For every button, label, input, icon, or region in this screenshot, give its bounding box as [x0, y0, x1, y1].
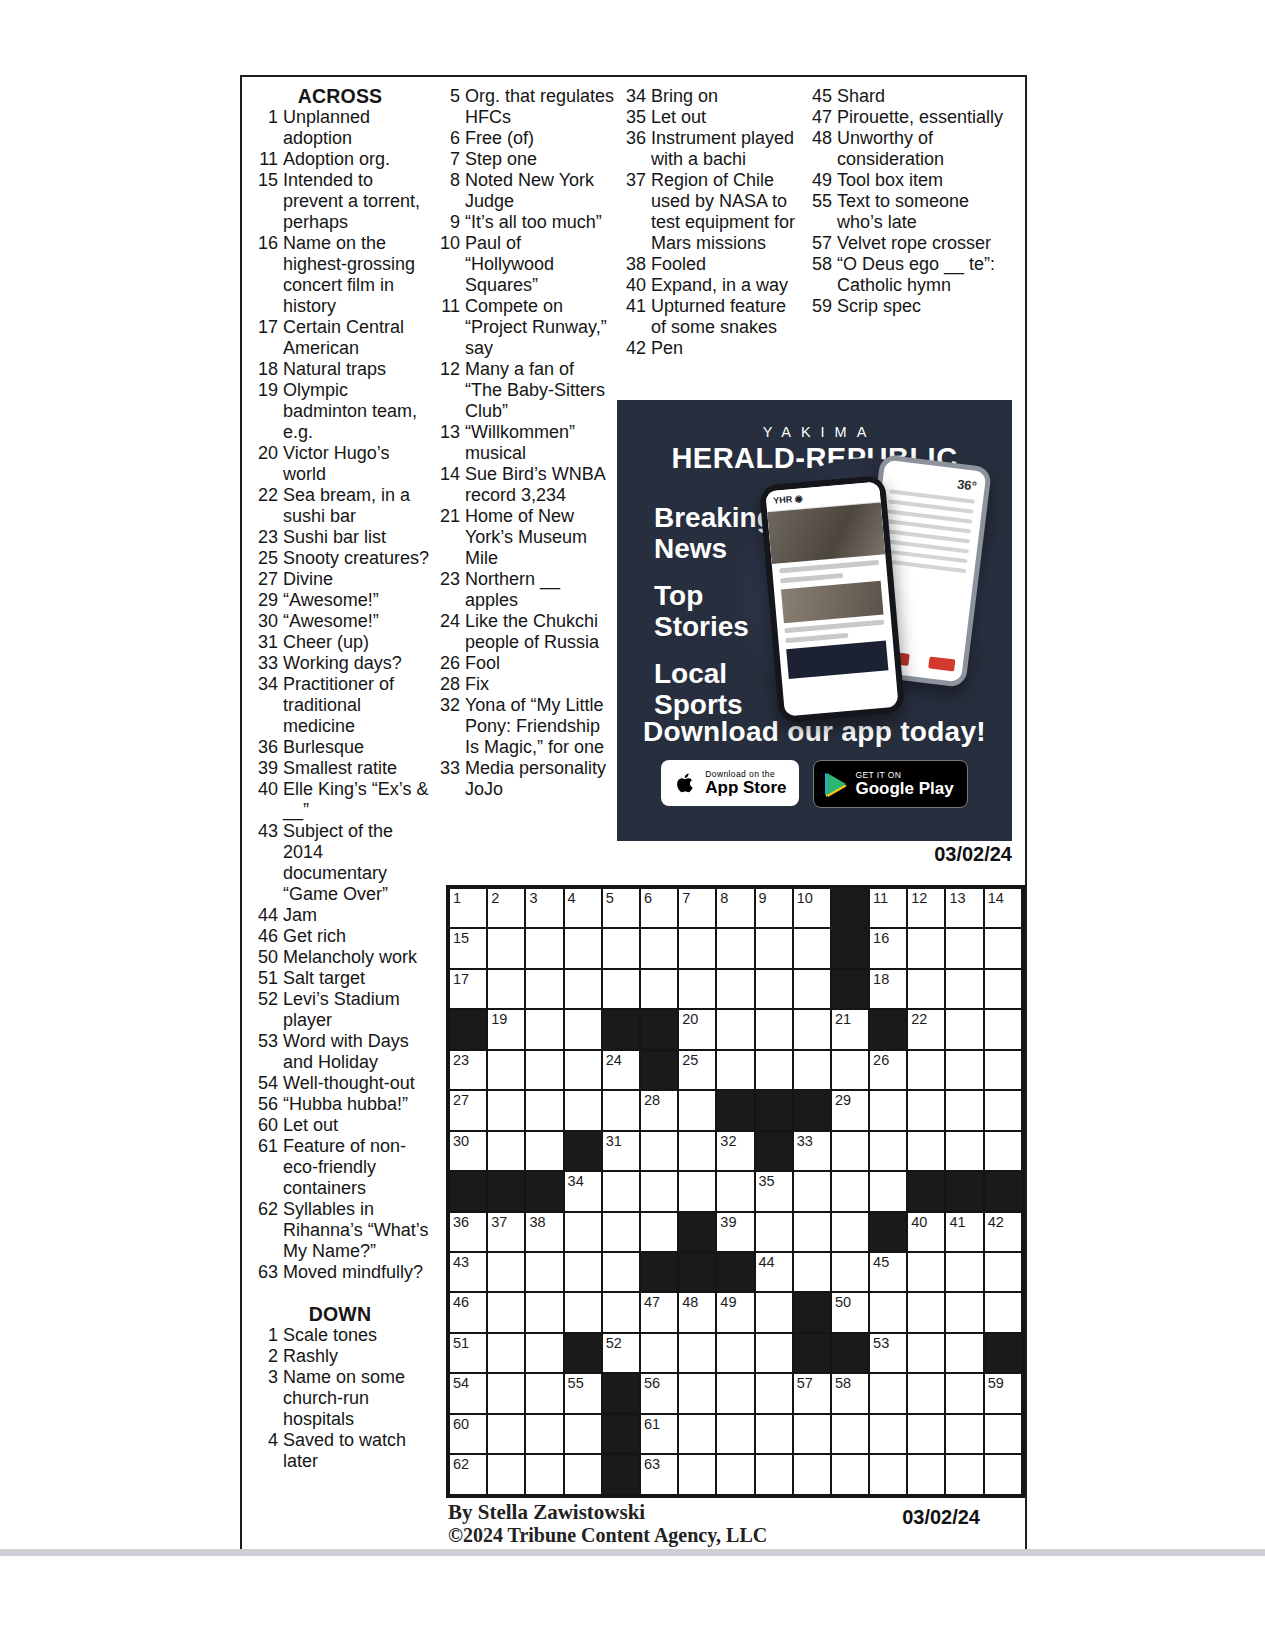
app-store-badge-label: App Store: [705, 779, 786, 797]
cell-r7c6[interactable]: [640, 1131, 678, 1171]
cell-r6c5[interactable]: [602, 1090, 640, 1130]
cell-r9c10[interactable]: [793, 1212, 831, 1252]
cell-r10c4[interactable]: [564, 1252, 602, 1292]
clue-column-1: ACROSS1Unplanned adoption11Adoption org.…: [249, 86, 431, 1472]
cell-r12c11-block: [831, 1333, 869, 1373]
cell-r12c14[interactable]: [945, 1333, 983, 1373]
clue-5: 5Org. that regulates HFCs: [431, 86, 615, 128]
cell-r8c12[interactable]: [869, 1171, 907, 1211]
cell-r7c13[interactable]: [907, 1131, 945, 1171]
clue-column-2: 5Org. that regulates HFCs6Free (of)7Step…: [431, 86, 615, 800]
cell-r10c1[interactable]: 43: [449, 1252, 487, 1292]
cell-r1c15[interactable]: 14: [984, 888, 1022, 928]
cell-r4c15[interactable]: [984, 1009, 1022, 1049]
cell-r8c14-block: [945, 1171, 983, 1211]
cell-r13c12[interactable]: [869, 1373, 907, 1413]
clue-29: 29“Awesome!”: [249, 590, 431, 611]
cell-r15c12[interactable]: [869, 1454, 907, 1494]
clue-36: 36Burlesque: [249, 737, 431, 758]
cell-r15c6[interactable]: 63: [640, 1454, 678, 1494]
cell-number-49: 49: [720, 1294, 736, 1310]
app-store-badge[interactable]: Download on the App Store: [661, 760, 799, 806]
cell-r3c7[interactable]: [678, 969, 716, 1009]
cell-number-18: 18: [873, 971, 889, 987]
cell-r2c14[interactable]: [945, 928, 983, 968]
cell-r3c10[interactable]: [793, 969, 831, 1009]
cell-r5c7[interactable]: 25: [678, 1050, 716, 1090]
cell-r8c4[interactable]: 34: [564, 1171, 602, 1211]
clue-42: 42Pen: [617, 338, 803, 359]
cell-r10c9[interactable]: 44: [755, 1252, 793, 1292]
cell-r6c6[interactable]: 28: [640, 1090, 678, 1130]
cell-r3c1[interactable]: 17: [449, 969, 487, 1009]
cell-r11c1[interactable]: 46: [449, 1292, 487, 1332]
cell-r1c5[interactable]: 5: [602, 888, 640, 928]
cell-number-59: 59: [988, 1375, 1004, 1391]
clue-24: 24Like the Chukchi people of Russia: [431, 611, 615, 653]
cell-number-17: 17: [453, 971, 469, 987]
cell-r11c7[interactable]: 48: [678, 1292, 716, 1332]
clue-4: 4Saved to watch later: [249, 1430, 431, 1472]
cell-r6c7[interactable]: [678, 1090, 716, 1130]
byline: By Stella Zawistowski: [448, 1500, 645, 1525]
clue-8: 8Noted New York Judge: [431, 170, 615, 212]
cell-r4c11[interactable]: 21: [831, 1009, 869, 1049]
cell-r3c15[interactable]: [984, 969, 1022, 1009]
clue-36: 36Instrument played with a bachi: [617, 128, 803, 170]
clue-41: 41Upturned feature of some snakes: [617, 296, 803, 338]
cell-number-39: 39: [720, 1214, 736, 1230]
cell-r2c15[interactable]: [984, 928, 1022, 968]
cell-r2c10[interactable]: [793, 928, 831, 968]
clue-47: 47Pirouette, essentially: [803, 107, 1009, 128]
cell-r10c3[interactable]: [525, 1252, 563, 1292]
cell-r7c5[interactable]: 31: [602, 1131, 640, 1171]
cell-r5c9[interactable]: [755, 1050, 793, 1090]
cell-r8c6[interactable]: [640, 1171, 678, 1211]
cell-r8c5[interactable]: [602, 1171, 640, 1211]
cell-r8c10[interactable]: [793, 1171, 831, 1211]
clue-59: 59Scrip spec: [803, 296, 1009, 317]
cell-r6c15[interactable]: [984, 1090, 1022, 1130]
cell-r8c9[interactable]: 35: [755, 1171, 793, 1211]
cell-number-11: 11: [873, 890, 888, 906]
cell-r14c15[interactable]: [984, 1414, 1022, 1454]
cell-number-56: 56: [644, 1375, 660, 1391]
cell-r14c5-block: [602, 1414, 640, 1454]
clue-1: 1Scale tones: [249, 1325, 431, 1346]
cell-r1c6[interactable]: 6: [640, 888, 678, 928]
cell-r7c8[interactable]: 32: [716, 1131, 754, 1171]
puzzle-date: 03/02/24: [620, 843, 1012, 866]
cell-r10c5[interactable]: [602, 1252, 640, 1292]
cell-r11c15[interactable]: [984, 1292, 1022, 1332]
cell-r1c12[interactable]: 11: [869, 888, 907, 928]
cell-r9c5[interactable]: [602, 1212, 640, 1252]
cell-r9c3[interactable]: 38: [525, 1212, 563, 1252]
clue-21: 21Home of New York’s Museum Mile: [431, 506, 615, 569]
cell-r1c4[interactable]: 4: [564, 888, 602, 928]
cell-r7c9-block: [755, 1131, 793, 1171]
cell-r14c3[interactable]: [525, 1414, 563, 1454]
clue-16: 16Name on the highest-grossing concert f…: [249, 233, 431, 317]
clue-33: 33Media personality JoJo: [431, 758, 615, 800]
cell-r9c6[interactable]: [640, 1212, 678, 1252]
cell-r15c7[interactable]: [678, 1454, 716, 1494]
cell-r12c2[interactable]: [487, 1333, 525, 1373]
cell-r13c8[interactable]: [716, 1373, 754, 1413]
cell-r15c8[interactable]: [716, 1454, 754, 1494]
cell-r10c13[interactable]: [907, 1252, 945, 1292]
cell-r4c13[interactable]: 22: [907, 1009, 945, 1049]
cell-r11c11[interactable]: 50: [831, 1292, 869, 1332]
cell-r15c9[interactable]: [755, 1454, 793, 1494]
clue-6: 6Free (of): [431, 128, 615, 149]
cell-r6c8-block: [716, 1090, 754, 1130]
cell-r8c8[interactable]: [716, 1171, 754, 1211]
apple-icon: [674, 770, 696, 796]
cell-r5c12[interactable]: 26: [869, 1050, 907, 1090]
cell-r3c11-block: [831, 969, 869, 1009]
cell-r11c5[interactable]: [602, 1292, 640, 1332]
cell-r1c8[interactable]: 8: [716, 888, 754, 928]
cell-r7c10[interactable]: 33: [793, 1131, 831, 1171]
cell-r6c13[interactable]: [907, 1090, 945, 1130]
cell-r4c8[interactable]: [716, 1009, 754, 1049]
cell-r14c9[interactable]: [755, 1414, 793, 1454]
cell-r12c13[interactable]: [907, 1333, 945, 1373]
cell-r7c4-block: [564, 1131, 602, 1171]
cell-r15c13[interactable]: [907, 1454, 945, 1494]
cell-r11c2[interactable]: [487, 1292, 525, 1332]
cell-r9c1[interactable]: 36: [449, 1212, 487, 1252]
cell-r13c14[interactable]: [945, 1373, 983, 1413]
cell-r2c13[interactable]: [907, 928, 945, 968]
cell-r5c11[interactable]: [831, 1050, 869, 1090]
cell-r6c10-block: [793, 1090, 831, 1130]
clue-25: 25Snooty creatures?: [249, 548, 431, 569]
cell-r9c11[interactable]: [831, 1212, 869, 1252]
cell-r9c4[interactable]: [564, 1212, 602, 1252]
clue-22: 22Sea bream, in a sushi bar: [249, 485, 431, 527]
page-bottom-divider: [0, 1549, 1265, 1556]
clue-40: 40Expand, in a way: [617, 275, 803, 296]
cell-r11c9[interactable]: [755, 1292, 793, 1332]
clue-37: 37Region of Chile used by NASA to test e…: [617, 170, 803, 254]
cell-r1c3[interactable]: 3: [525, 888, 563, 928]
ad-kicker: YAKIMA: [617, 424, 1012, 440]
phone-news-dark-card: [786, 640, 888, 679]
cell-r4c1-block: [449, 1009, 487, 1049]
phone-news-photo: [767, 502, 885, 564]
cell-r12c4-block: [564, 1333, 602, 1373]
cell-r13c1[interactable]: 54: [449, 1373, 487, 1413]
cell-number-27: 27: [453, 1092, 469, 1108]
cell-r15c14[interactable]: [945, 1454, 983, 1494]
cell-r4c3[interactable]: [525, 1009, 563, 1049]
newspaper-app-ad: YAKIMA HERALD-REPUBLIC 36° YHR ◉ Breakin…: [617, 400, 1012, 841]
cell-r5c8[interactable]: [716, 1050, 754, 1090]
cell-r12c8[interactable]: [716, 1333, 754, 1373]
cell-r15c10[interactable]: [793, 1454, 831, 1494]
clue-14: 14Sue Bird’s WNBA record 3,234: [431, 464, 615, 506]
cell-r10c14[interactable]: [945, 1252, 983, 1292]
cell-r2c4[interactable]: [564, 928, 602, 968]
cell-r12c9[interactable]: [755, 1333, 793, 1373]
cell-r4c2[interactable]: 19: [487, 1009, 525, 1049]
cell-r4c5-block: [602, 1009, 640, 1049]
cell-r2c2[interactable]: [487, 928, 525, 968]
cell-r11c6[interactable]: 47: [640, 1292, 678, 1332]
clue-49: 49Tool box item: [803, 170, 1009, 191]
cell-r13c13[interactable]: [907, 1373, 945, 1413]
cell-r9c15[interactable]: 42: [984, 1212, 1022, 1252]
cell-number-44: 44: [759, 1254, 775, 1270]
clue-60: 60Let out: [249, 1115, 431, 1136]
cell-number-12: 12: [911, 890, 927, 906]
cell-r5c4[interactable]: [564, 1050, 602, 1090]
cell-r2c1[interactable]: 15: [449, 928, 487, 968]
cell-r10c12[interactable]: 45: [869, 1252, 907, 1292]
clue-39: 39Smallest ratite: [249, 758, 431, 779]
cell-r13c10[interactable]: 57: [793, 1373, 831, 1413]
cell-r2c7[interactable]: [678, 928, 716, 968]
cell-r14c2[interactable]: [487, 1414, 525, 1454]
crossword-grid: 1234567891011121314151617181920212223242…: [446, 885, 1025, 1498]
cell-number-6: 6: [644, 890, 652, 906]
cell-r5c1[interactable]: 23: [449, 1050, 487, 1090]
puzzle-date-bottom: 03/02/24: [620, 1506, 980, 1529]
cell-r15c1[interactable]: 62: [449, 1454, 487, 1494]
cell-r12c1[interactable]: 51: [449, 1333, 487, 1373]
clue-35: 35Let out: [617, 107, 803, 128]
clue-11: 11Adoption org.: [249, 149, 431, 170]
cell-r6c12[interactable]: [869, 1090, 907, 1130]
cell-number-34: 34: [568, 1173, 584, 1189]
cell-r12c6[interactable]: [640, 1333, 678, 1373]
phone-news-photo-2: [781, 581, 884, 624]
cell-r2c12[interactable]: 16: [869, 928, 907, 968]
cell-r5c5[interactable]: 24: [602, 1050, 640, 1090]
cell-r13c7[interactable]: [678, 1373, 716, 1413]
cell-r1c2[interactable]: 2: [487, 888, 525, 928]
cell-r4c4[interactable]: [564, 1009, 602, 1049]
cell-r9c12-block: [869, 1212, 907, 1252]
cell-r1c14[interactable]: 13: [945, 888, 983, 928]
cell-r4c10[interactable]: [793, 1009, 831, 1049]
cell-r14c11[interactable]: [831, 1414, 869, 1454]
cell-r1c9[interactable]: 9: [755, 888, 793, 928]
ad-feature-list: Breaking News Top Stories Local Sports: [654, 502, 774, 736]
cell-r7c14[interactable]: [945, 1131, 983, 1171]
cell-r7c2[interactable]: [487, 1131, 525, 1171]
ad-cta-text: Download our app today!: [617, 716, 1012, 748]
cell-r11c13[interactable]: [907, 1292, 945, 1332]
cell-r7c7[interactable]: [678, 1131, 716, 1171]
cell-r15c15[interactable]: [984, 1454, 1022, 1494]
cell-r10c15[interactable]: [984, 1252, 1022, 1292]
cell-r6c3[interactable]: [525, 1090, 563, 1130]
cell-r13c15[interactable]: 59: [984, 1373, 1022, 1413]
cell-r6c11[interactable]: 29: [831, 1090, 869, 1130]
phone-mockup-news: YHR ◉: [759, 475, 905, 723]
cell-r11c3[interactable]: [525, 1292, 563, 1332]
cell-number-58: 58: [835, 1375, 851, 1391]
cell-r14c4[interactable]: [564, 1414, 602, 1454]
clue-3: 3Name on some church-run hospitals: [249, 1367, 431, 1430]
cell-r3c6[interactable]: [640, 969, 678, 1009]
cell-r3c9[interactable]: [755, 969, 793, 1009]
cell-r13c11[interactable]: 58: [831, 1373, 869, 1413]
cell-r3c5[interactable]: [602, 969, 640, 1009]
cell-r3c12[interactable]: 18: [869, 969, 907, 1009]
cell-r14c6[interactable]: 61: [640, 1414, 678, 1454]
cell-number-16: 16: [873, 930, 889, 946]
cell-r14c14[interactable]: [945, 1414, 983, 1454]
phone-red-button-2: [928, 656, 955, 671]
cell-number-45: 45: [873, 1254, 889, 1270]
clue-column-3: 34Bring on35Let out36Instrument played w…: [617, 86, 803, 359]
cell-number-3: 3: [529, 890, 537, 906]
cell-r10c11[interactable]: [831, 1252, 869, 1292]
cell-r5c2[interactable]: [487, 1050, 525, 1090]
cell-number-36: 36: [453, 1214, 469, 1230]
cell-r1c7[interactable]: 7: [678, 888, 716, 928]
cell-r2c6[interactable]: [640, 928, 678, 968]
cell-r4c7[interactable]: 20: [678, 1009, 716, 1049]
cell-r10c10[interactable]: [793, 1252, 831, 1292]
cell-number-54: 54: [453, 1375, 469, 1391]
cell-r6c14[interactable]: [945, 1090, 983, 1130]
cell-r13c9[interactable]: [755, 1373, 793, 1413]
cell-r9c9[interactable]: [755, 1212, 793, 1252]
cell-number-47: 47: [644, 1294, 660, 1310]
cell-number-1: 1: [453, 890, 461, 906]
cell-r4c9[interactable]: [755, 1009, 793, 1049]
cell-r4c14[interactable]: [945, 1009, 983, 1049]
cell-r15c4[interactable]: [564, 1454, 602, 1494]
cell-r1c11-block: [831, 888, 869, 928]
cell-r11c12[interactable]: [869, 1292, 907, 1332]
cell-r1c10[interactable]: 10: [793, 888, 831, 928]
cell-number-22: 22: [911, 1011, 927, 1027]
cell-r7c11[interactable]: [831, 1131, 869, 1171]
cell-r3c13[interactable]: [907, 969, 945, 1009]
cell-number-33: 33: [797, 1133, 813, 1149]
cell-r14c13[interactable]: [907, 1414, 945, 1454]
cell-number-30: 30: [453, 1133, 469, 1149]
cell-r3c14[interactable]: [945, 969, 983, 1009]
cell-r5c14[interactable]: [945, 1050, 983, 1090]
clue-56: 56“Hubba hubba!”: [249, 1094, 431, 1115]
cell-r6c1[interactable]: 27: [449, 1090, 487, 1130]
cell-r9c13[interactable]: 40: [907, 1212, 945, 1252]
clue-10: 10Paul of “Hollywood Squares”: [431, 233, 615, 296]
cell-r14c8[interactable]: [716, 1414, 754, 1454]
cell-r9c2[interactable]: 37: [487, 1212, 525, 1252]
cell-r14c7[interactable]: [678, 1414, 716, 1454]
cell-r11c8[interactable]: 49: [716, 1292, 754, 1332]
cell-r13c3[interactable]: [525, 1373, 563, 1413]
cell-r14c10[interactable]: [793, 1414, 831, 1454]
cell-r8c11[interactable]: [831, 1171, 869, 1211]
cell-r9c8[interactable]: 39: [716, 1212, 754, 1252]
cell-r2c8[interactable]: [716, 928, 754, 968]
cell-r12c7[interactable]: [678, 1333, 716, 1373]
across-header: ACROSS: [249, 86, 431, 107]
cell-r3c8[interactable]: [716, 969, 754, 1009]
cell-r7c1[interactable]: 30: [449, 1131, 487, 1171]
cell-r14c12[interactable]: [869, 1414, 907, 1454]
cell-r3c3[interactable]: [525, 969, 563, 1009]
google-play-badge[interactable]: GET IT ON Google Play: [813, 760, 967, 808]
cell-r15c3[interactable]: [525, 1454, 563, 1494]
cell-r6c4[interactable]: [564, 1090, 602, 1130]
cell-r9c14[interactable]: 41: [945, 1212, 983, 1252]
cell-r2c5[interactable]: [602, 928, 640, 968]
clue-2: 2Rashly: [249, 1346, 431, 1367]
cell-r11c4[interactable]: [564, 1292, 602, 1332]
clue-20: 20Victor Hugo’s world: [249, 443, 431, 485]
cell-number-57: 57: [797, 1375, 813, 1391]
cell-number-21: 21: [835, 1011, 851, 1027]
cell-r15c2[interactable]: [487, 1454, 525, 1494]
cell-r13c4[interactable]: 55: [564, 1373, 602, 1413]
cell-r10c2[interactable]: [487, 1252, 525, 1292]
cell-r5c13[interactable]: [907, 1050, 945, 1090]
cell-r3c2[interactable]: [487, 969, 525, 1009]
cell-r7c15[interactable]: [984, 1131, 1022, 1171]
clue-44: 44Jam: [249, 905, 431, 926]
cell-number-29: 29: [835, 1092, 851, 1108]
cell-r1c13[interactable]: 12: [907, 888, 945, 928]
cell-r5c15[interactable]: [984, 1050, 1022, 1090]
cell-number-15: 15: [453, 930, 469, 946]
cell-number-20: 20: [682, 1011, 698, 1027]
cell-number-38: 38: [529, 1214, 545, 1230]
cell-number-37: 37: [491, 1214, 507, 1230]
clue-18: 18Natural traps: [249, 359, 431, 380]
cell-r7c12[interactable]: [869, 1131, 907, 1171]
cell-r15c11[interactable]: [831, 1454, 869, 1494]
cell-r7c3[interactable]: [525, 1131, 563, 1171]
cell-r1c1[interactable]: 1: [449, 888, 487, 928]
cell-r3c4[interactable]: [564, 969, 602, 1009]
cell-number-61: 61: [644, 1416, 660, 1432]
cell-r2c3[interactable]: [525, 928, 563, 968]
cell-r12c5[interactable]: 52: [602, 1333, 640, 1373]
clue-53: 53Word with Days and Holiday: [249, 1031, 431, 1073]
cell-r8c7[interactable]: [678, 1171, 716, 1211]
cell-r13c6[interactable]: 56: [640, 1373, 678, 1413]
cell-number-8: 8: [720, 890, 728, 906]
cell-r10c7-block: [678, 1252, 716, 1292]
clue-33: 33Working days?: [249, 653, 431, 674]
cell-r6c2[interactable]: [487, 1090, 525, 1130]
cell-r5c10[interactable]: [793, 1050, 831, 1090]
cell-r11c14[interactable]: [945, 1292, 983, 1332]
cell-r2c9[interactable]: [755, 928, 793, 968]
cell-r5c3[interactable]: [525, 1050, 563, 1090]
cell-r14c1[interactable]: 60: [449, 1414, 487, 1454]
cell-r12c3[interactable]: [525, 1333, 563, 1373]
cell-r13c2[interactable]: [487, 1373, 525, 1413]
google-play-badge-label: Google Play: [855, 780, 953, 798]
clue-51: 51Salt target: [249, 968, 431, 989]
clue-28: 28Fix: [431, 674, 615, 695]
cell-r12c12[interactable]: 53: [869, 1333, 907, 1373]
cell-number-40: 40: [911, 1214, 927, 1230]
